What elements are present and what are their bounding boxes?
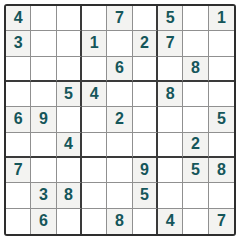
sudoku-cell-r9c9[interactable]: 7	[209, 209, 234, 234]
sudoku-cell-r4c8[interactable]	[183, 82, 208, 107]
sudoku-cell-r9c5[interactable]: 8	[107, 209, 132, 234]
sudoku-cell-r7c6[interactable]: 9	[133, 158, 158, 183]
sudoku-cell-r6c7[interactable]	[158, 133, 183, 158]
sudoku-cell-r7c2[interactable]	[31, 158, 56, 183]
sudoku-board: 475131276854869254279583856847	[4, 4, 236, 236]
sudoku-cell-r8c8[interactable]	[183, 183, 208, 208]
sudoku-cell-r6c5[interactable]	[107, 133, 132, 158]
sudoku-cell-r1c1[interactable]: 4	[6, 6, 31, 31]
sudoku-cell-r2c7[interactable]: 7	[158, 31, 183, 56]
sudoku-cell-r6c8[interactable]: 2	[183, 133, 208, 158]
sudoku-cell-r1c8[interactable]	[183, 6, 208, 31]
sudoku-cell-r9c6[interactable]	[133, 209, 158, 234]
sudoku-cell-r6c3[interactable]: 4	[57, 133, 82, 158]
sudoku-cell-r9c4[interactable]	[82, 209, 107, 234]
sudoku-cell-r7c1[interactable]: 7	[6, 158, 31, 183]
sudoku-cell-r5c9[interactable]: 5	[209, 107, 234, 132]
sudoku-cell-r7c5[interactable]	[107, 158, 132, 183]
sudoku-cell-r3c6[interactable]	[133, 57, 158, 82]
sudoku-cell-r4c4[interactable]: 4	[82, 82, 107, 107]
sudoku-cell-r3c8[interactable]: 8	[183, 57, 208, 82]
sudoku-cell-r9c1[interactable]	[6, 209, 31, 234]
sudoku-cell-r4c7[interactable]: 8	[158, 82, 183, 107]
sudoku-cell-r1c7[interactable]: 5	[158, 6, 183, 31]
sudoku-cell-r3c3[interactable]	[57, 57, 82, 82]
sudoku-cell-r4c3[interactable]: 5	[57, 82, 82, 107]
sudoku-cell-r4c1[interactable]	[6, 82, 31, 107]
sudoku-cell-r3c9[interactable]	[209, 57, 234, 82]
sudoku-cell-r1c4[interactable]	[82, 6, 107, 31]
sudoku-cell-r7c7[interactable]	[158, 158, 183, 183]
sudoku-cell-r8c6[interactable]: 5	[133, 183, 158, 208]
sudoku-cell-r8c4[interactable]	[82, 183, 107, 208]
sudoku-cell-r2c9[interactable]	[209, 31, 234, 56]
sudoku-cell-r4c9[interactable]	[209, 82, 234, 107]
sudoku-cell-r8c7[interactable]	[158, 183, 183, 208]
sudoku-cell-r5c2[interactable]: 9	[31, 107, 56, 132]
sudoku-cell-r7c3[interactable]	[57, 158, 82, 183]
sudoku-cell-r9c2[interactable]: 6	[31, 209, 56, 234]
sudoku-cell-r6c2[interactable]	[31, 133, 56, 158]
sudoku-cell-r3c5[interactable]: 6	[107, 57, 132, 82]
sudoku-cell-r1c5[interactable]: 7	[107, 6, 132, 31]
sudoku-cell-r3c4[interactable]	[82, 57, 107, 82]
sudoku-cell-r2c1[interactable]: 3	[6, 31, 31, 56]
sudoku-cell-r8c2[interactable]: 3	[31, 183, 56, 208]
sudoku-cell-r5c7[interactable]	[158, 107, 183, 132]
sudoku-cell-r8c9[interactable]	[209, 183, 234, 208]
sudoku-cell-r6c4[interactable]	[82, 133, 107, 158]
sudoku-cell-r5c8[interactable]	[183, 107, 208, 132]
sudoku-cell-r6c6[interactable]	[133, 133, 158, 158]
sudoku-cell-r3c2[interactable]	[31, 57, 56, 82]
sudoku-cell-r5c4[interactable]	[82, 107, 107, 132]
sudoku-cell-r4c2[interactable]	[31, 82, 56, 107]
sudoku-cell-r5c6[interactable]	[133, 107, 158, 132]
sudoku-cell-r5c3[interactable]	[57, 107, 82, 132]
sudoku-cell-r7c4[interactable]	[82, 158, 107, 183]
sudoku-cell-r4c5[interactable]	[107, 82, 132, 107]
sudoku-cell-r1c9[interactable]: 1	[209, 6, 234, 31]
sudoku-cell-r8c3[interactable]: 8	[57, 183, 82, 208]
sudoku-cell-r7c9[interactable]: 8	[209, 158, 234, 183]
sudoku-page: 475131276854869254279583856847	[0, 0, 240, 240]
sudoku-cell-r2c6[interactable]: 2	[133, 31, 158, 56]
sudoku-cell-r1c3[interactable]	[57, 6, 82, 31]
sudoku-cell-r8c1[interactable]	[6, 183, 31, 208]
sudoku-cell-r3c1[interactable]	[6, 57, 31, 82]
sudoku-cell-r9c8[interactable]	[183, 209, 208, 234]
sudoku-cell-r2c2[interactable]	[31, 31, 56, 56]
sudoku-cell-r2c4[interactable]: 1	[82, 31, 107, 56]
sudoku-cell-r6c1[interactable]	[6, 133, 31, 158]
sudoku-cell-r2c5[interactable]	[107, 31, 132, 56]
sudoku-cell-r1c6[interactable]	[133, 6, 158, 31]
sudoku-cell-r9c7[interactable]: 4	[158, 209, 183, 234]
sudoku-cell-r5c1[interactable]: 6	[6, 107, 31, 132]
sudoku-cell-r8c5[interactable]	[107, 183, 132, 208]
sudoku-cell-r2c3[interactable]	[57, 31, 82, 56]
sudoku-cell-r9c3[interactable]	[57, 209, 82, 234]
sudoku-cell-r7c8[interactable]: 5	[183, 158, 208, 183]
sudoku-cell-r5c5[interactable]: 2	[107, 107, 132, 132]
sudoku-cell-r1c2[interactable]	[31, 6, 56, 31]
sudoku-cell-r6c9[interactable]	[209, 133, 234, 158]
sudoku-cell-r4c6[interactable]	[133, 82, 158, 107]
sudoku-cell-r3c7[interactable]	[158, 57, 183, 82]
sudoku-cell-r2c8[interactable]	[183, 31, 208, 56]
